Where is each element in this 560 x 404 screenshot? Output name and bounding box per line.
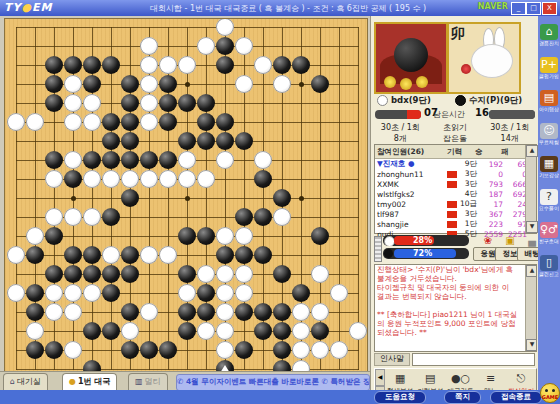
participant-wins: 187 <box>477 190 503 199</box>
grid-line <box>339 27 340 370</box>
white-stone <box>140 56 158 74</box>
room-tabs-bar: ⌂대기실●1번 대국▥멀티 ✆ 4월 무이자이벤트 빠른대출 바로바로론 ✆ 특… <box>0 371 370 391</box>
game-info-panel: 卯 bdx(9단) 수지(P)(9단) 07 남은시간 16 30초 / 1회 … <box>370 16 539 390</box>
white-stone <box>216 265 234 283</box>
bottom-bar: 도움요청쪽지접속종료 <box>0 390 560 404</box>
white-period: 30초 / 1회 <box>373 122 428 133</box>
black-stone <box>102 113 120 131</box>
rabbit-body <box>471 44 513 78</box>
participant-rank: 3단 <box>459 179 477 189</box>
white-stone <box>64 341 82 359</box>
participant-losses: 69 <box>503 160 527 169</box>
greeting-row: 인사말 <box>374 353 535 366</box>
white-stone <box>216 341 234 359</box>
byoyomi-label: 초읽기 <box>428 122 483 133</box>
white-stone <box>311 265 329 283</box>
title-bar: TY●EM 대회시합 - 1번 대국 대국종료 ( 흑 불계승 ) - 조건 :… <box>0 0 560 16</box>
participant-rank: 3단 <box>459 169 477 179</box>
black-stone <box>197 227 215 245</box>
black-stone <box>121 94 139 112</box>
participant-wins: 793 <box>477 180 503 189</box>
rose-icon <box>461 64 471 74</box>
black-stone <box>311 75 329 93</box>
participant-name: shangjie <box>375 220 447 229</box>
star-point <box>71 196 76 201</box>
black-stone <box>311 227 329 245</box>
white-stone <box>140 37 158 55</box>
white-stone <box>197 170 215 188</box>
black-stone <box>140 151 158 169</box>
형세분석-icon: ▦ <box>385 371 415 387</box>
white-stone <box>83 113 101 131</box>
side-item-묘수풀이[interactable]: ?묘수풀이 <box>538 189 560 212</box>
black-stone <box>273 322 291 340</box>
black-stone <box>197 303 215 321</box>
white-stone <box>102 246 120 264</box>
묘수풀이-icon: ? <box>540 189 558 205</box>
black-stone <box>121 246 139 264</box>
black-stone <box>45 227 63 245</box>
white-stone <box>83 284 101 302</box>
white-stone <box>235 37 253 55</box>
white-stone <box>349 322 367 340</box>
black-stone <box>102 322 120 340</box>
china-flag-icon <box>447 181 459 188</box>
black-stone <box>83 246 101 264</box>
black-stone <box>102 151 120 169</box>
black-stone <box>273 341 291 359</box>
time-left-label: 남은시간 <box>433 109 465 120</box>
tab-icon: ⌂ <box>10 377 15 386</box>
white-stone <box>235 265 253 283</box>
white-stone <box>140 170 158 188</box>
avatar-character <box>394 38 428 72</box>
black-stone <box>159 113 177 131</box>
side-item-기보감상[interactable]: ▦기보감상 <box>538 156 560 179</box>
participant-row[interactable]: wlstlfgks24단187692 <box>375 189 536 199</box>
white-stone <box>140 113 158 131</box>
black-stone <box>254 208 272 226</box>
black-stone <box>26 284 44 302</box>
black-stone <box>273 303 291 321</box>
black-stone <box>45 341 63 359</box>
black-stone <box>121 265 139 283</box>
close-button[interactable]: X <box>542 2 557 15</box>
participant-wins: 17 <box>477 200 503 209</box>
chat-message: 결과는 번복되지 않습니다. <box>375 292 536 301</box>
white-stone <box>121 322 139 340</box>
side-item-친구초대[interactable]: ♀♂친구초대 <box>538 222 560 245</box>
minimize-button[interactable]: _ <box>511 2 526 15</box>
tygem-logo: TY●EM <box>4 1 53 14</box>
flower-icon <box>384 76 396 88</box>
go-board[interactable] <box>4 18 368 373</box>
black-stone <box>178 322 196 340</box>
side-shortcut-strip: ⌂경품잔치P+클럽가입▤아이템샵☺무료체험▦기보감상?묘수풀이♀♂친구초대▯클린… <box>538 16 560 390</box>
black-stone <box>197 94 215 112</box>
black-player-avatar: 卯 <box>447 22 521 94</box>
white-stone <box>45 170 63 188</box>
black-stone <box>235 132 253 150</box>
white-stone <box>216 18 234 36</box>
white-stone <box>7 284 25 302</box>
black-stone <box>64 246 82 264</box>
white-stone <box>7 113 25 131</box>
white-stone <box>83 94 101 112</box>
partner-logo: NAVER <box>478 2 508 11</box>
black-stone <box>273 189 291 207</box>
participant-list-header: 참여인원(26) 기력 승 패 <box>375 145 536 159</box>
participant-losses: 0 <box>503 170 527 179</box>
no-flag <box>447 161 459 168</box>
black-stone <box>102 265 120 283</box>
white-stone <box>235 284 253 302</box>
chat-scrollbar[interactable]: ▲ ▼ <box>525 265 536 351</box>
black-stone <box>235 341 253 359</box>
아이템샵-icon: ▤ <box>540 90 558 106</box>
white-winrate-bar: 28% <box>383 235 469 246</box>
white-stone <box>197 322 215 340</box>
participant-losses: 24 <box>503 200 527 209</box>
white-stone <box>64 151 82 169</box>
cheer-gauge <box>374 236 382 262</box>
black-stone <box>102 284 120 302</box>
participant-losses: 692 <box>503 190 527 199</box>
무료체험-icon: ☺ <box>540 123 558 139</box>
captures-row: 8개 잡은돌 14개 <box>373 133 537 144</box>
participant-losses: 666 <box>503 180 527 189</box>
black-stone <box>273 56 291 74</box>
white-stone <box>45 284 63 302</box>
white-captures: 8개 <box>373 133 428 144</box>
white-stone <box>235 75 253 93</box>
white-stone <box>83 208 101 226</box>
white-stone <box>45 303 63 321</box>
white-stone <box>140 246 158 264</box>
black-stone <box>159 341 177 359</box>
white-stone <box>7 246 25 264</box>
black-stone <box>83 56 101 74</box>
도움요청-button[interactable]: 도움요청 <box>374 391 426 404</box>
tab-대기실[interactable]: ⌂대기실 <box>3 373 48 391</box>
participant-row[interactable]: zhonghun113단00 <box>375 169 536 179</box>
black-stone <box>45 151 63 169</box>
white-stone <box>330 284 348 302</box>
black-time-value: 16 <box>475 107 489 118</box>
경품잔치-icon: ⌂ <box>540 24 558 40</box>
black-stone <box>235 303 253 321</box>
white-stone <box>64 94 82 112</box>
black-stone <box>216 132 234 150</box>
black-winrate-bar: 72% <box>383 248 469 259</box>
black-stone <box>45 94 63 112</box>
participant-list[interactable]: 참여인원(26) 기력 승 패 ▼진재호 ●9단19269zhonghun113… <box>374 144 537 234</box>
captured-label: 잡은돌 <box>428 133 483 144</box>
participant-rows[interactable]: ▼진재호 ●9단19269zhonghun113단00XXMK3단793666w… <box>375 159 536 239</box>
byoyomi-row: 30초 / 1회 초읽기 30초 / 1회 <box>373 122 537 133</box>
chat-log[interactable]: 진행상태> '수지(P)'님이 'bdx'님에게 흑불계승을 거두셨습니다.타이… <box>374 264 537 352</box>
white-stone <box>178 284 196 302</box>
black-captures: 14개 <box>482 133 537 144</box>
black-stone <box>254 170 272 188</box>
side-item-클린신고[interactable]: ▯클린신고 <box>538 255 560 278</box>
black-stone <box>197 113 215 131</box>
participant-name: wlstlfgks2 <box>375 190 447 199</box>
white-stone <box>159 56 177 74</box>
기력분석-icon: ▤ <box>415 371 445 387</box>
flower-icon <box>416 76 428 88</box>
side-item-아이템샵[interactable]: ▤아이템샵 <box>538 90 560 113</box>
side-item-경품잔치[interactable]: ⌂경품잔치 <box>538 24 560 47</box>
maximize-button[interactable]: □ <box>526 2 541 15</box>
white-stone <box>311 303 329 321</box>
black-stone <box>235 208 253 226</box>
black-stone <box>273 265 291 283</box>
black-stone <box>159 151 177 169</box>
participant-rank: 3단 <box>459 209 477 219</box>
participant-rank: 4단 <box>459 189 477 199</box>
white-stone <box>197 37 215 55</box>
white-time-bar <box>375 110 421 119</box>
black-stone <box>102 56 120 74</box>
white-stone <box>159 170 177 188</box>
chat-message: 되셨습니다. ** <box>375 328 536 337</box>
participant-row[interactable]: shangjie1단22397 <box>375 219 536 229</box>
no-flag <box>447 191 459 198</box>
black-stone <box>178 227 196 245</box>
클럽가입-icon: P+ <box>540 57 558 73</box>
black-stone <box>178 303 196 321</box>
participant-name: XXMK <box>375 180 447 189</box>
participant-name: ▼진재호 ● <box>375 159 447 169</box>
chat-message: ** [축하합니다] piao1211 님이 1 대국실 <box>375 310 536 319</box>
star-point <box>299 82 304 87</box>
participant-losses: 97 <box>503 220 527 229</box>
black-stone <box>159 75 177 93</box>
tab-1번 대국[interactable]: ●1번 대국 <box>62 373 117 391</box>
black-stone <box>140 341 158 359</box>
scroll-down-icon[interactable]: ▼ <box>526 339 537 351</box>
participant-rank: 1단 <box>459 219 477 229</box>
black-stone <box>121 113 139 131</box>
white-stone <box>235 227 253 245</box>
black-stone <box>178 265 196 283</box>
participant-name: tmy002 <box>375 200 447 209</box>
black-stone <box>64 265 82 283</box>
퇴실하기-icon: ⎋ <box>506 371 536 387</box>
participant-row[interactable]: tlf9873단367279 <box>375 209 536 219</box>
side-item-클럽가입[interactable]: P+클럽가입 <box>538 57 560 80</box>
black-stone <box>216 37 234 55</box>
쪽지-button[interactable]: 쪽지 <box>444 391 481 404</box>
white-stone <box>26 322 44 340</box>
black-stone <box>197 284 215 302</box>
white-stone <box>292 341 310 359</box>
participant-name: tlf987 <box>375 210 447 219</box>
black-stone <box>216 246 234 264</box>
white-player-name: bdx(9단) <box>377 94 457 107</box>
black-stone <box>83 75 101 93</box>
white-stone <box>140 75 158 93</box>
white-stone <box>216 284 234 302</box>
white-stone <box>64 113 82 131</box>
black-stone <box>64 56 82 74</box>
black-period: 30초 / 1회 <box>482 122 537 133</box>
white-stone <box>273 208 291 226</box>
black-player-name: 수지(P)(9단) <box>455 94 537 107</box>
white-stone <box>292 303 310 321</box>
white-stone <box>178 56 196 74</box>
black-stone <box>292 284 310 302</box>
white-stone <box>311 341 329 359</box>
기보감상-icon: ▦ <box>540 156 558 172</box>
black-stone <box>121 189 139 207</box>
white-stone <box>64 208 82 226</box>
black-stone <box>121 151 139 169</box>
white-stone <box>254 56 272 74</box>
black-stone <box>26 246 44 264</box>
white-stone <box>216 151 234 169</box>
star-point <box>185 196 190 201</box>
black-stone <box>216 56 234 74</box>
board-frame <box>0 16 370 372</box>
tab-icon: ● <box>69 377 76 386</box>
star-point <box>299 196 304 201</box>
white-stone <box>45 208 63 226</box>
black-time-bar <box>489 110 535 119</box>
black-stone <box>121 303 139 321</box>
black-stone <box>197 132 215 150</box>
white-stone <box>273 75 291 93</box>
participant-row[interactable]: XXMK3단793666 <box>375 179 536 189</box>
white-stone <box>254 151 272 169</box>
black-stone <box>254 322 272 340</box>
white-stone <box>292 322 310 340</box>
china-flag-icon <box>447 171 459 178</box>
white-stone <box>216 303 234 321</box>
star-point <box>185 82 190 87</box>
white-winrate-pct: 28% <box>413 236 432 245</box>
pager-left-icon[interactable]: ◀ <box>375 369 385 386</box>
black-stone <box>26 303 44 321</box>
black-winrate-pct: 72% <box>413 249 432 258</box>
white-stone <box>102 170 120 188</box>
white-stone <box>26 113 44 131</box>
scroll-down-icon[interactable]: ▼ <box>526 221 538 233</box>
participant-losses: 279 <box>503 210 527 219</box>
black-stone <box>311 322 329 340</box>
black-stone <box>178 132 196 150</box>
participant-name: zhonghun11 <box>375 170 447 179</box>
participant-wins: 223 <box>477 220 503 229</box>
친구초대-icon: ♀♂ <box>540 222 558 238</box>
china-flag-icon <box>447 221 459 228</box>
china-flag-icon <box>447 211 459 218</box>
white-stone <box>216 322 234 340</box>
white-stone <box>83 170 101 188</box>
메뉴-icon: ≡ <box>476 371 506 387</box>
scroll-up-icon[interactable]: ▲ <box>526 145 538 157</box>
black-stone <box>26 341 44 359</box>
white-stone <box>178 151 196 169</box>
window-title: 대회시합 - 1번 대국 대국종료 ( 흑 불계승 ) - 조건 : 흑 6집반… <box>150 3 426 14</box>
flower-icon <box>400 78 412 90</box>
클린신고-icon: ▯ <box>540 255 558 271</box>
participant-wins: 367 <box>477 210 503 219</box>
black-stone <box>83 265 101 283</box>
black-stone <box>121 75 139 93</box>
black-stone <box>178 94 196 112</box>
white-stone <box>159 246 177 264</box>
participant-wins: 192 <box>477 160 503 169</box>
대국검토-icon: ●○ <box>445 371 475 387</box>
chat-message: 불계승을 거두셨습니다. <box>375 274 536 283</box>
white-stone <box>121 170 139 188</box>
white-stone <box>140 303 158 321</box>
black-stone <box>45 265 63 283</box>
white-stone <box>140 94 158 112</box>
black-stone <box>121 132 139 150</box>
zodiac-rabbit-character: 卯 <box>451 25 465 43</box>
participant-wins: 0 <box>477 170 503 179</box>
participant-scrollbar[interactable]: ▲ ▼ <box>525 145 536 233</box>
ad-banner[interactable]: ✆ 4월 무이자이벤트 빠른대출 바로바로론 ✆ 특허받은 장고도 <box>176 374 370 391</box>
black-stone <box>216 113 234 131</box>
white-stone-icon <box>377 95 388 106</box>
grid-line <box>358 27 359 370</box>
white-stone <box>64 75 82 93</box>
접속종료-button[interactable]: 접속종료 <box>490 391 542 404</box>
side-item-무료체험[interactable]: ☺무료체험 <box>538 123 560 146</box>
black-stone <box>83 322 101 340</box>
white-stone <box>26 227 44 245</box>
participant-row[interactable]: ▼진재호 ●9단19269 <box>375 159 536 169</box>
participant-row[interactable]: tmy00210급1724 <box>375 199 536 209</box>
white-stone <box>330 341 348 359</box>
chat-message <box>375 301 536 310</box>
white-stone <box>216 227 234 245</box>
greeting-label[interactable]: 인사말 <box>374 353 410 366</box>
china-flag-icon <box>447 201 459 208</box>
white-stone <box>64 284 82 302</box>
white-stone <box>197 265 215 283</box>
black-stone-icon <box>455 95 466 106</box>
black-stone <box>102 132 120 150</box>
white-stone <box>64 303 82 321</box>
black-stone <box>159 94 177 112</box>
white-player-avatar <box>374 22 448 94</box>
black-stone <box>292 56 310 74</box>
black-stone <box>235 246 253 264</box>
participant-rank: 9단 <box>459 159 477 169</box>
black-stone <box>254 303 272 321</box>
black-stone <box>45 75 63 93</box>
black-stone <box>102 208 120 226</box>
black-stone <box>64 170 82 188</box>
chat-message: 타이젬규칙 및 대국자의 동의에 의한 이 <box>375 283 536 292</box>
chat-message: 진행상태> '수지(P)'님이 'bdx'님에게 흑 <box>375 265 536 274</box>
scroll-up-icon[interactable]: ▲ <box>526 265 537 277</box>
chat-message: 의 응원 누적포인트 9,000 포인트에 당첨 <box>375 319 536 328</box>
tab-icon: ▥ <box>135 377 143 386</box>
black-stone <box>121 341 139 359</box>
black-stone <box>254 246 272 264</box>
participant-rank: 10급 <box>459 199 477 209</box>
game-smiley-icon[interactable]: GAME <box>540 383 560 403</box>
white-stone <box>178 170 196 188</box>
chat-input[interactable] <box>412 353 535 366</box>
tab-멀티[interactable]: ▥멀티 <box>128 373 168 391</box>
